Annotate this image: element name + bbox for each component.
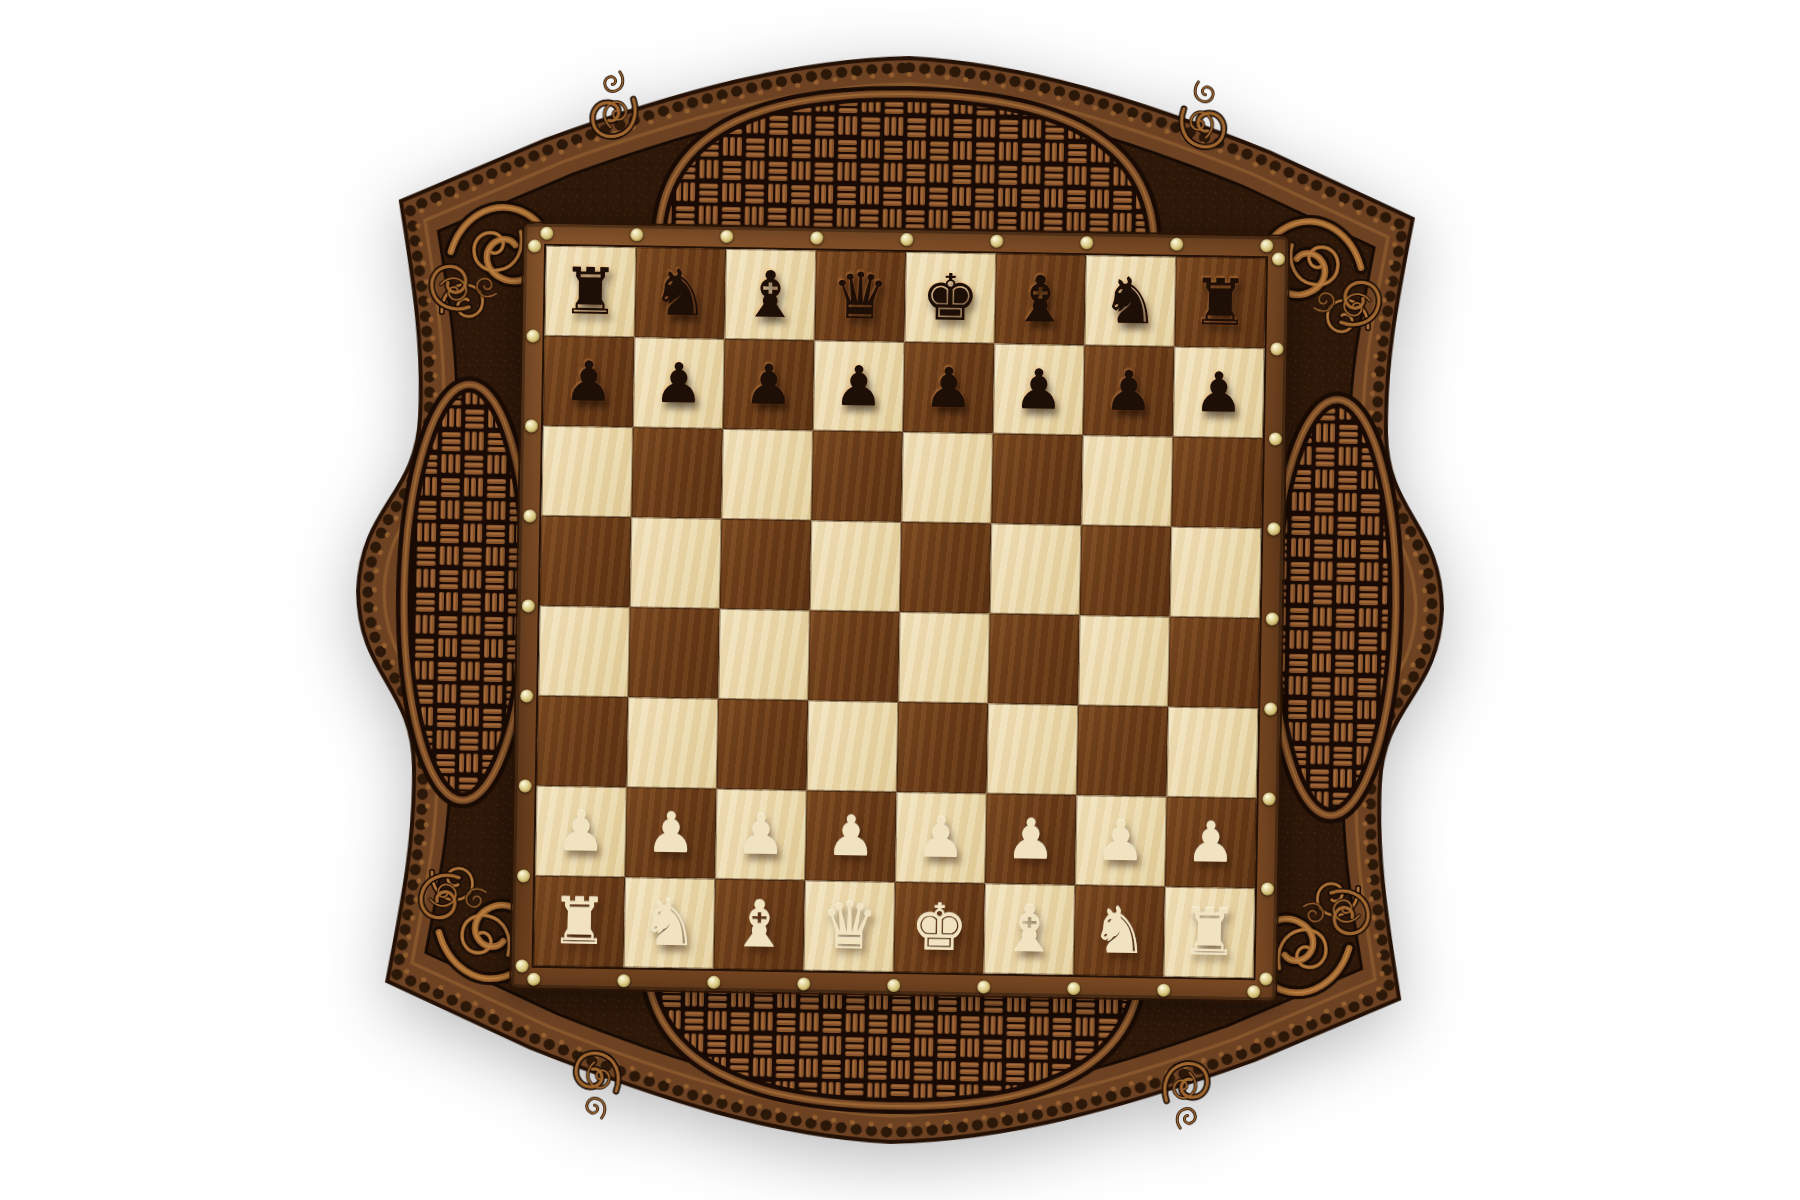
black-rook[interactable]: ♜ [561,259,619,324]
black-pawn[interactable]: ♟ [564,354,614,410]
square-a2[interactable]: ♟ [535,786,627,878]
square-b2[interactable]: ♟ [625,787,717,879]
square-c3[interactable] [717,699,809,791]
brass-pin [540,226,553,239]
square-h4[interactable] [1168,617,1260,709]
white-bishop[interactable]: ♝ [730,892,788,957]
square-g1[interactable]: ♞ [1073,885,1165,977]
white-pawn[interactable]: ♟ [736,807,786,863]
black-knight[interactable]: ♞ [1101,268,1159,333]
square-e4[interactable] [898,612,990,704]
square-b3[interactable] [627,697,719,789]
brass-pin [707,975,720,988]
square-b6[interactable] [631,427,723,519]
square-d4[interactable] [808,610,900,702]
square-e8[interactable]: ♚ [905,252,997,344]
square-g2[interactable]: ♟ [1075,795,1167,887]
brass-pin [977,980,990,993]
square-d7[interactable]: ♟ [813,340,905,432]
brass-pin [528,239,541,252]
square-c2[interactable]: ♟ [715,789,807,881]
brass-pin [1170,237,1183,250]
brass-pin [1247,985,1260,998]
square-e7[interactable]: ♟ [903,342,995,434]
white-knight[interactable]: ♞ [640,891,698,956]
square-f7[interactable]: ♟ [993,344,1085,436]
brass-pin [1271,252,1284,265]
square-c8[interactable]: ♝ [725,249,817,341]
brass-pin [797,977,810,990]
square-f3[interactable] [987,704,1079,796]
black-pawn[interactable]: ♟ [1104,363,1154,419]
photo-canvas: ♜♞♝♛♚♝♞♜♟♟♟♟♟♟♟♟♟♟♟♟♟♟♟♟♜♞♝♛♚♝♞♜ [0,0,1800,1200]
white-pawn[interactable]: ♟ [646,805,696,861]
square-g4[interactable] [1078,615,1170,707]
square-f1[interactable]: ♝ [983,884,1075,976]
square-b1[interactable]: ♞ [624,877,716,969]
square-b7[interactable]: ♟ [633,337,725,429]
carved-chess-set: ♜♞♝♛♚♝♞♜♟♟♟♟♟♟♟♟♟♟♟♟♟♟♟♟♜♞♝♛♚♝♞♜ [0,0,1800,1200]
white-queen[interactable]: ♛ [820,894,878,959]
square-c7[interactable]: ♟ [723,339,815,431]
brass-pin [526,329,539,342]
brass-pin [1260,882,1273,895]
brass-pin [1067,981,1080,994]
brass-pin [1259,972,1272,985]
white-pawn[interactable]: ♟ [556,804,606,860]
white-rook[interactable]: ♜ [550,889,608,954]
square-g6[interactable] [1081,435,1173,527]
chess-board: ♜♞♝♛♚♝♞♜♟♟♟♟♟♟♟♟♟♟♟♟♟♟♟♟♜♞♝♛♚♝♞♜ [534,246,1266,978]
black-bishop[interactable]: ♝ [1011,267,1069,332]
brass-pin [518,779,531,792]
square-d8[interactable]: ♛ [815,250,907,342]
square-f5[interactable] [990,524,1082,616]
brass-pin [810,231,823,244]
black-rook[interactable]: ♜ [1191,270,1249,335]
white-king[interactable]: ♚ [910,895,968,960]
square-b4[interactable] [628,607,720,699]
square-a5[interactable] [540,516,632,608]
square-f8[interactable]: ♝ [994,254,1086,346]
square-g5[interactable] [1080,525,1172,617]
square-d6[interactable] [811,430,903,522]
brass-pin [520,689,533,702]
brass-pin [990,234,1003,247]
square-a7[interactable]: ♟ [543,336,635,428]
square-h5[interactable] [1170,527,1262,619]
white-bishop[interactable]: ♝ [1000,897,1058,962]
black-knight[interactable]: ♞ [651,261,709,326]
brass-pin [617,974,630,987]
square-b8[interactable]: ♞ [635,247,727,339]
square-d3[interactable] [807,700,899,792]
square-g3[interactable] [1077,705,1169,797]
brass-pin [1265,612,1278,625]
white-pawn[interactable]: ♟ [1186,815,1236,871]
black-bishop[interactable]: ♝ [741,262,799,327]
square-c5[interactable] [720,519,812,611]
brass-pin [517,869,530,882]
brass-pin [523,509,536,522]
brass-pin [900,232,913,245]
square-e3[interactable] [897,702,989,794]
square-h2[interactable]: ♟ [1165,797,1257,889]
square-h8[interactable]: ♜ [1174,257,1266,349]
black-queen[interactable]: ♛ [831,264,889,329]
white-pawn[interactable]: ♟ [1006,811,1056,867]
square-g7[interactable]: ♟ [1083,345,1175,437]
square-f6[interactable] [991,434,1083,526]
brass-pin [515,959,528,972]
white-pawn[interactable]: ♟ [826,808,876,864]
square-f2[interactable]: ♟ [985,794,1077,886]
white-knight[interactable]: ♞ [1090,898,1148,963]
square-e6[interactable] [901,432,993,524]
square-h1[interactable]: ♜ [1163,887,1255,979]
white-pawn[interactable]: ♟ [1096,813,1146,869]
square-e2[interactable]: ♟ [895,792,987,884]
brass-pin [630,228,643,241]
square-c6[interactable] [721,429,813,521]
square-g8[interactable]: ♞ [1084,255,1176,347]
square-e1[interactable]: ♚ [894,882,986,974]
square-h7[interactable]: ♟ [1173,347,1265,439]
black-king[interactable]: ♚ [921,265,979,330]
square-a3[interactable] [537,696,629,788]
square-e5[interactable] [900,522,992,614]
black-pawn[interactable]: ♟ [924,360,974,416]
square-h3[interactable] [1167,707,1259,799]
square-h6[interactable] [1171,437,1263,529]
brass-pin [527,972,540,985]
black-pawn[interactable]: ♟ [834,358,884,414]
square-c1[interactable]: ♝ [714,879,806,971]
brass-pin [1080,236,1093,249]
brass-pin [887,978,900,991]
square-a6[interactable] [541,426,633,518]
square-a8[interactable]: ♜ [545,246,637,338]
brass-pin [1267,522,1280,535]
square-a4[interactable] [538,606,630,698]
brass-pin [1262,792,1275,805]
brass-pin [1264,702,1277,715]
brass-pin [1268,432,1281,445]
white-pawn[interactable]: ♟ [916,810,966,866]
square-c4[interactable] [718,609,810,701]
square-a1[interactable]: ♜ [534,876,626,968]
square-b5[interactable] [630,517,722,609]
brass-pin [1157,983,1170,996]
black-pawn[interactable]: ♟ [1014,361,1064,417]
brass-pin [521,599,534,612]
brass-pin [1260,239,1273,252]
black-pawn[interactable]: ♟ [1194,365,1244,421]
black-pawn[interactable]: ♟ [744,357,794,413]
square-d2[interactable]: ♟ [805,790,897,882]
square-d5[interactable] [810,520,902,612]
square-d1[interactable]: ♛ [804,880,896,972]
brass-pin [720,229,733,242]
brass-pin [524,419,537,432]
white-rook[interactable]: ♜ [1180,900,1238,965]
black-pawn[interactable]: ♟ [654,355,704,411]
brass-pin [1270,342,1283,355]
square-f4[interactable] [988,614,1080,706]
